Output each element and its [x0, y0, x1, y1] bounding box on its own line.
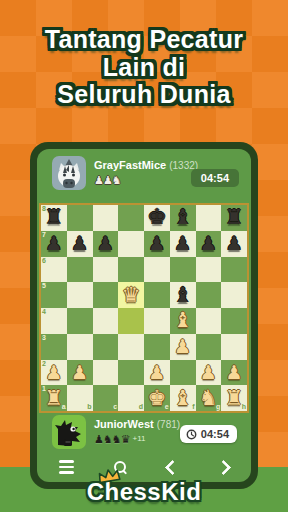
square-c8[interactable]	[93, 205, 119, 231]
white-pawn-e2: ♟	[148, 363, 165, 382]
square-c6[interactable]	[93, 257, 119, 283]
square-f8[interactable]: ♝	[170, 205, 196, 231]
square-f2[interactable]	[170, 360, 196, 386]
captured-white-pawn: ♟	[94, 174, 103, 187]
square-h4[interactable]	[221, 308, 247, 334]
square-g1[interactable]: g♞	[196, 385, 222, 411]
top-player-name: GrayFastMice (1332)	[94, 159, 198, 171]
square-b7[interactable]: ♟	[67, 231, 93, 257]
menu-icon[interactable]	[59, 460, 74, 474]
black-pawn-f7: ♟	[174, 234, 191, 253]
square-d6[interactable]	[118, 257, 144, 283]
captured-white-pawn: ♟	[103, 174, 112, 187]
square-c7[interactable]: ♟	[93, 231, 119, 257]
square-d5[interactable]: ♛	[118, 282, 144, 308]
white-bishop-f1: ♝	[173, 388, 192, 409]
square-g2[interactable]: ♟	[196, 360, 222, 386]
rank-label-2: 2	[42, 360, 46, 368]
square-e3[interactable]	[144, 334, 170, 360]
file-label-b: b	[87, 403, 91, 411]
captured-black-knight: ♞	[103, 433, 112, 446]
square-d1[interactable]: d	[118, 385, 144, 411]
captured-black-queen: ♛	[121, 433, 130, 446]
square-e1[interactable]: e♚	[144, 385, 170, 411]
bottom-player-rating: (781)	[157, 419, 180, 430]
bottom-player-name: JuniorWest (781)	[94, 418, 180, 430]
black-pawn-e7: ♟	[148, 234, 165, 253]
white-bishop-f4: ♝	[173, 310, 192, 331]
square-c4[interactable]	[93, 308, 119, 334]
square-g8[interactable]	[196, 205, 222, 231]
top-player-username: GrayFastMice	[94, 159, 166, 171]
square-h8[interactable]: ♜	[221, 205, 247, 231]
white-pawn-g2: ♟	[200, 363, 217, 382]
square-b8[interactable]	[67, 205, 93, 231]
square-f5[interactable]: ♝	[170, 282, 196, 308]
square-e8[interactable]: ♚	[144, 205, 170, 231]
square-e2[interactable]: ♟	[144, 360, 170, 386]
headline-line-3: Seluruh Dunia	[0, 81, 288, 109]
square-c1[interactable]: c	[93, 385, 119, 411]
file-label-a: a	[62, 403, 66, 411]
square-f6[interactable]	[170, 257, 196, 283]
file-label-e: e	[165, 403, 169, 411]
square-b5[interactable]	[67, 282, 93, 308]
white-knight-g1: ♞	[199, 388, 218, 409]
bottom-captured-pieces: ♟♞♞♛+11	[94, 433, 145, 446]
black-pawn-h7: ♟	[226, 234, 243, 253]
square-e6[interactable]	[144, 257, 170, 283]
black-pawn-a7: ♟	[45, 234, 62, 253]
rank-label-1: 1	[42, 385, 46, 393]
square-h6[interactable]	[221, 257, 247, 283]
top-player-clock: 04:54	[191, 169, 239, 187]
square-a6[interactable]: 6	[41, 257, 67, 283]
square-d4[interactable]	[118, 308, 144, 334]
black-pawn-c7: ♟	[97, 234, 114, 253]
rank-label-6: 6	[42, 257, 46, 265]
square-b2[interactable]: ♟	[67, 360, 93, 386]
zebra-icon	[52, 156, 86, 190]
black-rook-a8: ♜	[44, 207, 63, 228]
headline: Tantang Pecatur Lain di Seluruh Dunia	[0, 26, 288, 109]
top-captured-pieces: ♟♟♞	[94, 174, 121, 187]
file-label-f: f	[192, 403, 194, 411]
rank-label-3: 3	[42, 334, 46, 342]
captured-black-pawn: ♟	[94, 433, 103, 446]
square-c2[interactable]	[93, 360, 119, 386]
white-rook-a1: ♜	[44, 388, 63, 409]
square-b6[interactable]	[67, 257, 93, 283]
black-pawn-b7: ♟	[71, 234, 88, 253]
file-label-c: c	[113, 403, 117, 411]
square-h1[interactable]: h♜	[221, 385, 247, 411]
dragon-icon	[52, 415, 86, 449]
headline-line-2: Lain di	[0, 54, 288, 82]
previous-move-icon[interactable]	[165, 459, 181, 475]
square-b3[interactable]	[67, 334, 93, 360]
white-pawn-h2: ♟	[226, 363, 243, 382]
avatar-zebra	[52, 156, 86, 190]
bottom-player-clock: 04:54	[180, 425, 237, 443]
bottom-clock-time: 04:54	[201, 428, 229, 440]
next-move-icon[interactable]	[216, 459, 232, 475]
square-g3[interactable]	[196, 334, 222, 360]
square-c5[interactable]	[93, 282, 119, 308]
square-a1[interactable]: 1a♜	[41, 385, 67, 411]
rank-label-8: 8	[42, 205, 46, 213]
square-h5[interactable]	[221, 282, 247, 308]
white-king-e1: ♚	[147, 388, 166, 409]
black-king-e8: ♚	[147, 207, 166, 228]
chess-board: 8♜♚♝♜7♟♟♟♟♟♟♟65♛♝4♝3♟2♟♟♟♟♟1a♜bcde♚f♝g♞h…	[39, 203, 249, 413]
square-g6[interactable]	[196, 257, 222, 283]
square-f1[interactable]: f♝	[170, 385, 196, 411]
square-a2[interactable]: 2♟	[41, 360, 67, 386]
bottom-player-username: JuniorWest	[94, 418, 154, 430]
rank-label-7: 7	[42, 231, 46, 239]
square-h7[interactable]: ♟	[221, 231, 247, 257]
square-d3[interactable]	[118, 334, 144, 360]
square-f3[interactable]: ♟	[170, 334, 196, 360]
square-f7[interactable]: ♟	[170, 231, 196, 257]
captured-white-knight: ♞	[112, 174, 121, 187]
avatar-dragon	[52, 415, 86, 449]
clock-icon	[186, 429, 197, 440]
square-h3[interactable]	[221, 334, 247, 360]
square-d2[interactable]	[118, 360, 144, 386]
file-label-h: h	[242, 403, 246, 411]
square-g5[interactable]	[196, 282, 222, 308]
black-pawn-g7: ♟	[200, 234, 217, 253]
chesskid-logo: ChessKid	[0, 478, 288, 506]
square-f4[interactable]: ♝	[170, 308, 196, 334]
square-g4[interactable]	[196, 308, 222, 334]
black-bishop-f8: ♝	[173, 207, 192, 228]
square-e7[interactable]: ♟	[144, 231, 170, 257]
rank-label-5: 5	[42, 282, 46, 290]
file-label-g: g	[216, 403, 220, 411]
headline-line-1: Tantang Pecatur	[0, 26, 288, 54]
square-a3[interactable]: 3	[41, 334, 67, 360]
white-pawn-f3: ♟	[174, 337, 191, 356]
phone-mockup: GrayFastMice (1332) ♟♟♞ 04:54 8♜♚♝♜7♟♟♟♟…	[30, 142, 258, 489]
square-a7[interactable]: 7♟	[41, 231, 67, 257]
file-label-d: d	[139, 403, 143, 411]
app-screen: GrayFastMice (1332) ♟♟♞ 04:54 8♜♚♝♜7♟♟♟♟…	[37, 149, 251, 482]
square-e5[interactable]	[144, 282, 170, 308]
square-e4[interactable]	[144, 308, 170, 334]
square-b1[interactable]: b	[67, 385, 93, 411]
square-c3[interactable]	[93, 334, 119, 360]
material-advantage: +11	[133, 434, 146, 443]
square-d7[interactable]	[118, 231, 144, 257]
white-pawn-a2: ♟	[45, 363, 62, 382]
white-queen-d5: ♛	[122, 285, 141, 306]
square-a5[interactable]: 5	[41, 282, 67, 308]
square-g7[interactable]: ♟	[196, 231, 222, 257]
square-d8[interactable]	[118, 205, 144, 231]
black-rook-h8: ♜	[225, 207, 244, 228]
white-rook-h1: ♜	[225, 388, 244, 409]
captured-black-knight: ♞	[112, 433, 121, 446]
square-a4[interactable]: 4	[41, 308, 67, 334]
rank-label-4: 4	[42, 308, 46, 316]
white-pawn-b2: ♟	[71, 363, 88, 382]
square-a8[interactable]: 8♜	[41, 205, 67, 231]
square-b4[interactable]	[67, 308, 93, 334]
square-h2[interactable]: ♟	[221, 360, 247, 386]
black-bishop-f5: ♝	[173, 285, 192, 306]
